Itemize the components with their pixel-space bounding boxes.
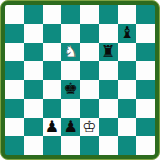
square-c1[interactable] [43,136,62,155]
square-e6[interactable] [80,43,99,62]
black-pawn: ♟ [63,119,77,135]
square-e2[interactable]: ♚♔ [80,118,99,137]
square-c2[interactable]: ♟ [43,118,62,137]
square-f3[interactable] [99,99,118,118]
white-knight-outline: ♘ [61,43,80,62]
square-b7[interactable] [24,24,43,43]
square-d7[interactable] [61,24,80,43]
square-h7[interactable] [136,24,155,43]
square-g3[interactable] [118,99,137,118]
square-h5[interactable] [136,61,155,80]
square-c4[interactable] [43,80,62,99]
square-g7[interactable]: ♝ [118,24,137,43]
square-f7[interactable] [99,24,118,43]
square-b5[interactable] [24,61,43,80]
square-g4[interactable] [118,80,137,99]
square-b2[interactable] [24,118,43,137]
square-d4[interactable]: ♚ [61,80,80,99]
square-c6[interactable] [43,43,62,62]
white-knight: ♞♘ [61,43,80,62]
white-king-outline: ♔ [80,118,99,137]
square-h2[interactable] [136,118,155,137]
square-g8[interactable] [118,5,137,24]
square-d3[interactable] [61,99,80,118]
white-king: ♚♔ [80,118,99,137]
square-h3[interactable] [136,99,155,118]
square-c8[interactable] [43,5,62,24]
square-f2[interactable] [99,118,118,137]
square-b4[interactable] [24,80,43,99]
black-bishop: ♝ [120,25,134,41]
square-c3[interactable] [43,99,62,118]
square-d6[interactable]: ♞♘ [61,43,80,62]
square-a3[interactable] [5,99,24,118]
square-f5[interactable] [99,61,118,80]
square-a1[interactable] [5,136,24,155]
square-b8[interactable] [24,5,43,24]
square-f6[interactable]: ♜ [99,43,118,62]
square-e1[interactable] [80,136,99,155]
square-d5[interactable] [61,61,80,80]
square-h1[interactable] [136,136,155,155]
black-king: ♚ [63,81,77,97]
square-d8[interactable] [61,5,80,24]
chess-board-frame: ♝♞♘♜♚♟♟♚♔ [0,0,160,160]
square-g2[interactable] [118,118,137,137]
square-b3[interactable] [24,99,43,118]
black-rook: ♜ [101,44,115,60]
square-b6[interactable] [24,43,43,62]
square-g5[interactable] [118,61,137,80]
square-a5[interactable] [5,61,24,80]
square-h8[interactable] [136,5,155,24]
square-e7[interactable] [80,24,99,43]
square-d1[interactable] [61,136,80,155]
square-g6[interactable] [118,43,137,62]
square-e3[interactable] [80,99,99,118]
square-e5[interactable] [80,61,99,80]
square-g1[interactable] [118,136,137,155]
square-h4[interactable] [136,80,155,99]
square-a8[interactable] [5,5,24,24]
chess-board: ♝♞♘♜♚♟♟♚♔ [5,5,155,155]
black-pawn: ♟ [45,119,59,135]
square-a4[interactable] [5,80,24,99]
square-f8[interactable] [99,5,118,24]
square-f4[interactable] [99,80,118,99]
square-f1[interactable] [99,136,118,155]
square-e4[interactable] [80,80,99,99]
square-c5[interactable] [43,61,62,80]
square-a2[interactable] [5,118,24,137]
square-a7[interactable] [5,24,24,43]
square-a6[interactable] [5,43,24,62]
square-b1[interactable] [24,136,43,155]
square-d2[interactable]: ♟ [61,118,80,137]
square-e8[interactable] [80,5,99,24]
square-c7[interactable] [43,24,62,43]
square-h6[interactable] [136,43,155,62]
